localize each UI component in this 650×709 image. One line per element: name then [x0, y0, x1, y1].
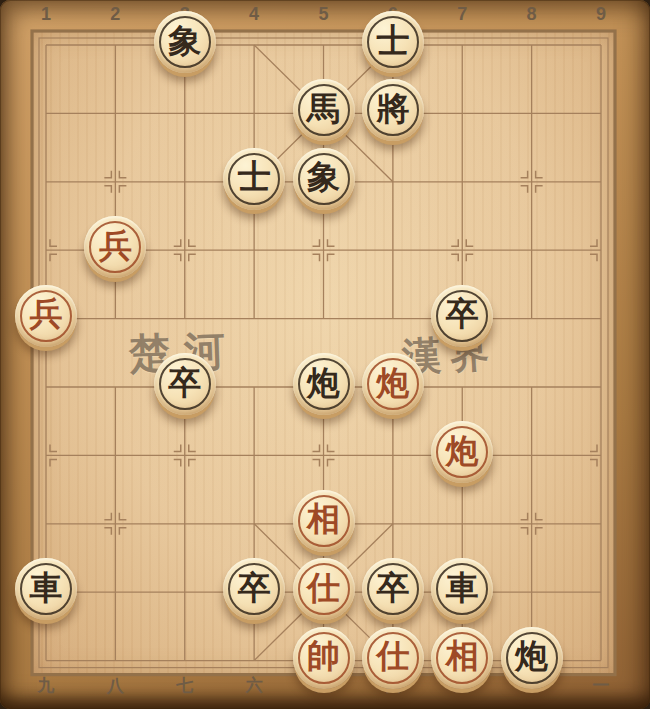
- piece-black-elephant[interactable]: 象: [293, 148, 355, 210]
- file-label: 8: [519, 4, 545, 25]
- piece-character: 車: [30, 572, 63, 605]
- file-label: 一: [588, 674, 614, 697]
- piece-black-elephant[interactable]: 象: [154, 11, 216, 73]
- piece-black-soldier[interactable]: 卒: [223, 558, 285, 620]
- piece-red-cannon[interactable]: 炮: [362, 353, 424, 415]
- piece-red-advisor[interactable]: 仕: [293, 558, 355, 620]
- piece-character: 象: [307, 161, 340, 194]
- piece-character: 炮: [515, 640, 548, 673]
- piece-character: 兵: [30, 298, 63, 331]
- piece-character: 炮: [446, 435, 479, 468]
- piece-black-advisor[interactable]: 士: [223, 148, 285, 210]
- file-label: 六: [241, 674, 267, 697]
- file-label: 1: [33, 4, 59, 25]
- piece-black-chariot[interactable]: 車: [15, 558, 77, 620]
- file-label: 4: [241, 4, 267, 25]
- file-label: 八: [102, 674, 128, 697]
- piece-black-general[interactable]: 將: [362, 79, 424, 141]
- piece-character: 卒: [168, 367, 201, 400]
- file-label: 9: [588, 4, 614, 25]
- piece-red-advisor[interactable]: 仕: [362, 627, 424, 689]
- piece-red-elephant[interactable]: 相: [431, 627, 493, 689]
- file-label: 7: [449, 4, 475, 25]
- piece-black-soldier[interactable]: 卒: [362, 558, 424, 620]
- file-label: 2: [102, 4, 128, 25]
- piece-character: 將: [376, 93, 409, 126]
- piece-character: 兵: [99, 230, 132, 263]
- piece-character: 士: [376, 25, 409, 58]
- piece-black-soldier[interactable]: 卒: [154, 353, 216, 415]
- piece-character: 炮: [307, 367, 340, 400]
- piece-black-horse[interactable]: 馬: [293, 79, 355, 141]
- piece-character: 車: [446, 572, 479, 605]
- piece-black-chariot[interactable]: 車: [431, 558, 493, 620]
- file-label: 九: [33, 674, 59, 697]
- piece-black-advisor[interactable]: 士: [362, 11, 424, 73]
- file-label: 七: [172, 674, 198, 697]
- piece-character: 相: [307, 503, 340, 536]
- piece-character: 卒: [446, 298, 479, 331]
- xiangqi-app-window: 123456789 九八七六五四三二一 楚河 漢界 象士馬將士象兵兵卒卒炮炮炮相…: [0, 0, 650, 709]
- piece-character: 卒: [238, 572, 271, 605]
- piece-character: 仕: [376, 640, 409, 673]
- piece-red-general[interactable]: 帥: [293, 627, 355, 689]
- piece-black-cannon[interactable]: 炮: [501, 627, 563, 689]
- piece-red-soldier[interactable]: 兵: [15, 285, 77, 347]
- piece-character: 帥: [307, 640, 340, 673]
- piece-black-cannon[interactable]: 炮: [293, 353, 355, 415]
- piece-red-elephant[interactable]: 相: [293, 490, 355, 552]
- piece-character: 仕: [307, 572, 340, 605]
- piece-character: 象: [168, 25, 201, 58]
- piece-character: 炮: [376, 367, 409, 400]
- piece-black-soldier[interactable]: 卒: [431, 285, 493, 347]
- piece-character: 相: [446, 640, 479, 673]
- piece-character: 士: [238, 161, 271, 194]
- file-label: 5: [311, 4, 337, 25]
- piece-character: 馬: [307, 93, 340, 126]
- piece-character: 卒: [376, 572, 409, 605]
